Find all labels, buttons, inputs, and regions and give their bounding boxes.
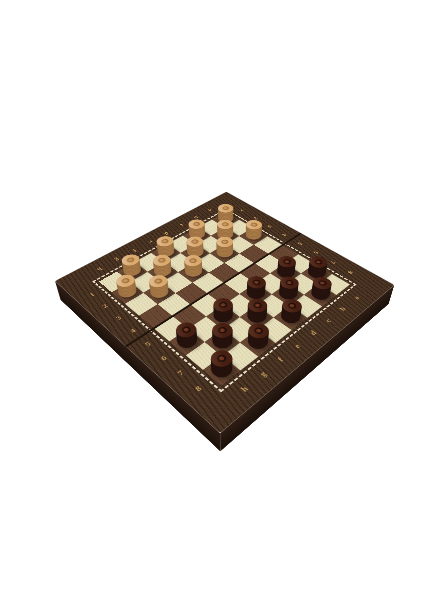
coord-label-right-4: 4: [280, 232, 289, 237]
coord-label-bottom-d: d: [307, 329, 318, 337]
coord-label-left-6: 6: [158, 354, 169, 363]
piece-dark-h6[interactable]: [173, 331, 201, 352]
coord-label-top-h: h: [95, 266, 104, 272]
coord-label-bottom-f: f: [275, 356, 285, 364]
coord-label-left-1: 1: [87, 291, 96, 298]
coord-label-left-4: 4: [128, 327, 138, 335]
coord-label-bottom-e: e: [292, 342, 303, 350]
coord-label-left-8: 8: [192, 384, 203, 394]
coord-label-bottom-a: a: [351, 294, 362, 301]
coord-label-top-f: f: [131, 248, 138, 253]
coord-label-bottom-b: b: [337, 305, 348, 312]
coord-label-left-3: 3: [114, 314, 124, 321]
checkers-board: hh11gg22ff33ee44dd55cc66bb77aa88: [55, 192, 394, 433]
coord-label-right-8: 8: [345, 269, 355, 275]
coord-label-right-7: 7: [328, 259, 338, 265]
coord-label-top-e: e: [147, 239, 155, 244]
piece-light-h2[interactable]: [115, 284, 140, 301]
coord-label-bottom-g: g: [257, 369, 269, 378]
coord-label-top-g: g: [113, 257, 121, 263]
coord-label-left-7: 7: [175, 368, 186, 377]
square-f8[interactable]: [240, 330, 275, 357]
coord-label-top-a: a: [206, 208, 214, 213]
coord-label-right-1: 1: [238, 208, 246, 213]
coord-label-right-3: 3: [265, 224, 274, 229]
coord-label-bottom-h: h: [238, 384, 250, 394]
coord-label-top-c: c: [178, 223, 186, 228]
coord-label-right-5: 5: [295, 241, 304, 246]
coord-label-bottom-c: c: [323, 317, 334, 324]
board-surface: hh11gg22ff33ee44dd55cc66bb77aa88: [55, 192, 394, 433]
coord-label-left-2: 2: [100, 302, 109, 309]
coord-label-left-5: 5: [143, 340, 153, 348]
piece-dark-h8[interactable]: [207, 359, 236, 382]
square-d4[interactable]: [209, 263, 240, 283]
coord-label-right-6: 6: [311, 250, 320, 256]
product-photo-stage: hh11gg22ff33ee44dd55cc66bb77aa88: [0, 0, 424, 600]
piece-dark-d8[interactable]: [277, 308, 303, 327]
